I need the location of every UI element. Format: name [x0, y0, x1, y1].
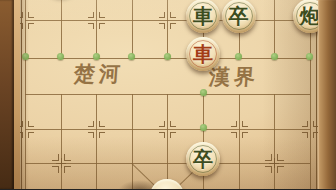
- piece-black-soldier-advanced[interactable]: 卒: [186, 142, 220, 176]
- piece-black-chariot[interactable]: 車: [186, 0, 220, 33]
- piece-black-soldier-top[interactable]: 卒: [222, 0, 256, 33]
- piece-offscreen-piece-bottom[interactable]: [150, 179, 184, 190]
- piece-red-chariot[interactable]: 車: [186, 37, 220, 71]
- piece-character: 車: [186, 0, 220, 33]
- board-frame-right: [318, 0, 336, 189]
- board-frame-left: [0, 0, 14, 189]
- xiangqi-board[interactable]: 車卒炮車卒: [0, 0, 336, 189]
- piece-character: 卒: [186, 142, 220, 176]
- xiangqi-game-screen: 楚河 漢界 車卒炮車卒: [0, 0, 336, 189]
- piece-character: 卒: [222, 0, 256, 33]
- board-frame-shadow: [20, 0, 29, 189]
- piece-character: 車: [186, 37, 220, 71]
